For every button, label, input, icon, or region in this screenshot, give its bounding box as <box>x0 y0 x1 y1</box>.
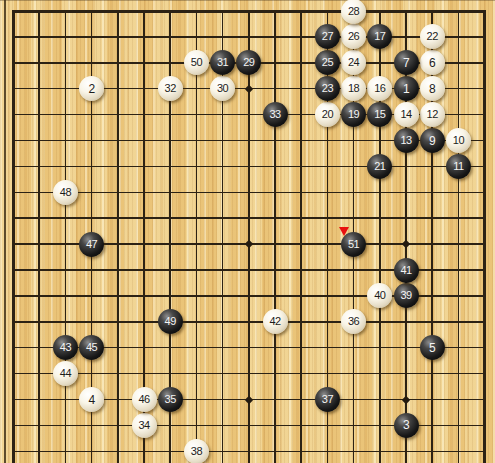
stone-black-23[interactable]: 23 <box>315 76 340 101</box>
move-number-label: 34 <box>138 420 149 431</box>
grid-vline-3 <box>65 10 67 463</box>
move-number-label: 8 <box>429 83 435 95</box>
move-number-label: 47 <box>86 239 97 250</box>
move-number-label: 9 <box>429 135 435 147</box>
star-point-10-10 <box>245 240 253 248</box>
stone-white-18[interactable]: 18 <box>341 76 366 101</box>
move-number-label: 21 <box>374 161 385 172</box>
move-number-label: 41 <box>400 265 411 276</box>
move-number-label: 51 <box>348 239 359 250</box>
move-number-label: 24 <box>348 57 359 68</box>
move-number-label: 46 <box>138 394 149 405</box>
move-number-label: 39 <box>400 290 411 301</box>
grid-hline-1 <box>12 10 487 13</box>
move-number-label: 36 <box>348 316 359 327</box>
move-number-label: 10 <box>453 135 464 146</box>
move-number-label: 27 <box>322 31 333 42</box>
board-edge-top <box>0 0 495 1</box>
move-number-label: 38 <box>191 446 202 457</box>
move-number-label: 1 <box>403 83 409 95</box>
stone-white-10[interactable]: 10 <box>446 128 471 153</box>
move-number-label: 7 <box>403 57 409 69</box>
move-number-label: 43 <box>60 342 71 353</box>
move-number-label: 2 <box>89 83 95 95</box>
grid-hline-13 <box>12 321 487 323</box>
stone-black-19[interactable]: 19 <box>341 102 366 127</box>
move-number-label: 5 <box>429 342 435 354</box>
grid-vline-11 <box>274 10 276 463</box>
stone-black-25[interactable]: 25 <box>315 50 340 75</box>
move-number-label: 26 <box>348 31 359 42</box>
grid-hline-18 <box>12 451 487 453</box>
move-number-label: 37 <box>322 394 333 405</box>
stone-white-42[interactable]: 42 <box>263 309 288 334</box>
stone-black-7[interactable]: 7 <box>394 50 419 75</box>
move-number-label: 31 <box>217 57 228 68</box>
grid-hline-15 <box>12 373 487 375</box>
move-number-label: 3 <box>403 419 409 431</box>
move-number-label: 30 <box>217 83 228 94</box>
stone-black-39[interactable]: 39 <box>394 283 419 308</box>
move-number-label: 12 <box>427 109 438 120</box>
stone-black-43[interactable]: 43 <box>53 335 78 360</box>
move-number-label: 13 <box>400 135 411 146</box>
stone-white-16[interactable]: 16 <box>367 76 392 101</box>
move-number-label: 22 <box>427 31 438 42</box>
stone-white-50[interactable]: 50 <box>184 50 209 75</box>
stone-white-24[interactable]: 24 <box>341 50 366 75</box>
stone-white-46[interactable]: 46 <box>132 387 157 412</box>
stone-black-33[interactable]: 33 <box>263 102 288 127</box>
grid-vline-8 <box>196 10 198 463</box>
stone-black-21[interactable]: 21 <box>367 154 392 179</box>
move-number-label: 20 <box>322 109 333 120</box>
stone-black-15[interactable]: 15 <box>367 102 392 127</box>
stone-black-41[interactable]: 41 <box>394 258 419 283</box>
move-number-label: 18 <box>348 83 359 94</box>
stone-black-45[interactable]: 45 <box>79 335 104 360</box>
stone-black-35[interactable]: 35 <box>158 387 183 412</box>
go-board[interactable]: 1234567891011121314151617181920212223242… <box>0 0 495 463</box>
grid-hline-8 <box>12 192 487 194</box>
move-number-label: 14 <box>400 109 411 120</box>
move-number-label: 32 <box>165 83 176 94</box>
move-number-label: 15 <box>374 109 385 120</box>
move-number-label: 35 <box>165 394 176 405</box>
stone-black-49[interactable]: 49 <box>158 309 183 334</box>
stone-white-26[interactable]: 26 <box>341 24 366 49</box>
move-number-label: 19 <box>348 109 359 120</box>
star-point-10-4 <box>245 84 253 92</box>
stone-black-1[interactable]: 1 <box>394 76 419 101</box>
stone-black-27[interactable]: 27 <box>315 24 340 49</box>
stone-black-11[interactable]: 11 <box>446 154 471 179</box>
stone-white-48[interactable]: 48 <box>53 180 78 205</box>
grid-hline-7 <box>12 166 487 168</box>
grid-vline-12 <box>300 10 302 463</box>
stone-white-32[interactable]: 32 <box>158 76 183 101</box>
stone-white-30[interactable]: 30 <box>210 76 235 101</box>
stone-white-38[interactable]: 38 <box>184 439 209 463</box>
move-number-label: 42 <box>269 316 280 327</box>
star-point-16-16 <box>402 395 410 403</box>
stone-white-44[interactable]: 44 <box>53 361 78 386</box>
stone-white-4[interactable]: 4 <box>79 387 104 412</box>
stone-black-3[interactable]: 3 <box>394 413 419 438</box>
stone-white-8[interactable]: 8 <box>420 76 445 101</box>
stone-black-9[interactable]: 9 <box>420 128 445 153</box>
stone-white-14[interactable]: 14 <box>394 102 419 127</box>
stone-white-12[interactable]: 12 <box>420 102 445 127</box>
move-number-label: 40 <box>374 290 385 301</box>
move-number-label: 49 <box>165 316 176 327</box>
stone-black-17[interactable]: 17 <box>367 24 392 49</box>
move-number-label: 28 <box>348 6 359 17</box>
move-number-label: 17 <box>374 31 385 42</box>
grid-vline-2 <box>38 10 40 463</box>
move-number-label: 4 <box>89 394 95 406</box>
move-number-label: 44 <box>60 368 71 379</box>
move-number-label: 16 <box>374 83 385 94</box>
board-edge-left <box>4 0 6 463</box>
stone-white-34[interactable]: 34 <box>132 413 157 438</box>
move-number-label: 23 <box>322 83 333 94</box>
stone-white-36[interactable]: 36 <box>341 309 366 334</box>
stone-black-37[interactable]: 37 <box>315 387 340 412</box>
grid-vline-19 <box>483 10 486 463</box>
stone-white-28[interactable]: 28 <box>341 0 366 24</box>
move-number-label: 29 <box>243 57 254 68</box>
stone-black-31[interactable]: 31 <box>210 50 235 75</box>
stone-white-40[interactable]: 40 <box>367 283 392 308</box>
move-number-label: 33 <box>269 109 280 120</box>
star-point-16-10 <box>402 240 410 248</box>
grid-vline-5 <box>117 10 119 463</box>
move-number-label: 50 <box>191 57 202 68</box>
stone-black-29[interactable]: 29 <box>236 50 261 75</box>
move-number-label: 6 <box>429 57 435 69</box>
move-number-label: 45 <box>86 342 97 353</box>
grid-vline-18 <box>458 10 460 463</box>
move-number-label: 11 <box>453 161 463 172</box>
stone-white-22[interactable]: 22 <box>420 24 445 49</box>
stone-white-6[interactable]: 6 <box>420 50 445 75</box>
grid-hline-2 <box>12 36 487 38</box>
move-number-label: 25 <box>322 57 333 68</box>
grid-hline-9 <box>12 217 487 219</box>
grid-vline-1 <box>12 10 15 463</box>
stone-black-13[interactable]: 13 <box>394 128 419 153</box>
move-number-label: 48 <box>60 187 71 198</box>
stone-black-5[interactable]: 5 <box>420 335 445 360</box>
stone-black-47[interactable]: 47 <box>79 232 104 257</box>
last-move-marker-icon <box>339 227 349 236</box>
star-point-10-16 <box>245 395 253 403</box>
stone-white-20[interactable]: 20 <box>315 102 340 127</box>
stone-white-2[interactable]: 2 <box>79 76 104 101</box>
